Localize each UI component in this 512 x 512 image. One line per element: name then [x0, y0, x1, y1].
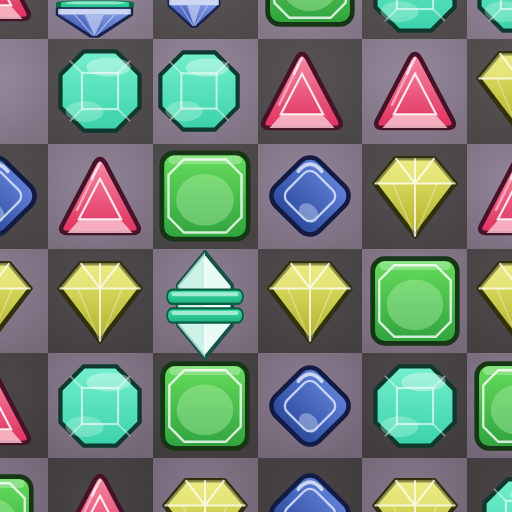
gem-octagon-teal[interactable]	[372, 0, 458, 34]
game-board	[0, 0, 512, 512]
gem-diamond-yellow[interactable]	[369, 473, 461, 512]
gem-triangle-pink[interactable]	[258, 48, 346, 134]
gem-square-green[interactable]	[158, 359, 252, 453]
gem-sapphire-blue[interactable]	[264, 360, 356, 452]
gem-diamond-yellow[interactable]	[473, 256, 512, 346]
gem-sapphire-blue[interactable]	[264, 468, 356, 512]
gem-pavilion-blue[interactable]	[55, 7, 134, 38]
gem-octagon-teal[interactable]	[481, 476, 512, 512]
gem-triangle-pink[interactable]	[0, 363, 34, 449]
gem-triangle-pink[interactable]	[0, 0, 34, 25]
gem-octagon-teal[interactable]	[476, 0, 512, 34]
gem-diamond-yellow[interactable]	[264, 256, 356, 346]
gem-square-green[interactable]	[0, 472, 36, 512]
gem-triangle-pink[interactable]	[475, 153, 512, 239]
gem-pavilion-blue[interactable]	[167, 0, 221, 28]
gem-diamond-yellow[interactable]	[369, 151, 461, 241]
gem-triangle-pink[interactable]	[56, 470, 144, 512]
gem-square-green[interactable]	[263, 0, 357, 29]
gem-octagon-teal[interactable]	[372, 363, 458, 449]
gem-square-green[interactable]	[157, 148, 253, 244]
gem-octagon-teal[interactable]	[57, 48, 143, 134]
board-cell[interactable]	[0, 39, 48, 144]
gem-diamond-yellow[interactable]	[0, 256, 36, 346]
gem-triangle-pink[interactable]	[371, 48, 459, 134]
gem-octagon-teal[interactable]	[57, 363, 143, 449]
gem-special-teal[interactable]	[161, 250, 249, 360]
gem-diamond-yellow[interactable]	[473, 46, 512, 136]
gem-diamond-yellow[interactable]	[54, 256, 146, 346]
gem-octagon-teal[interactable]	[157, 49, 241, 133]
gem-triangle-pink[interactable]	[56, 153, 144, 239]
gem-diamond-yellow[interactable]	[159, 473, 251, 512]
gem-square-green[interactable]	[472, 359, 512, 453]
gem-square-green[interactable]	[368, 254, 462, 348]
gem-sapphire-blue[interactable]	[264, 150, 356, 242]
gem-sapphire-blue[interactable]	[0, 150, 42, 242]
